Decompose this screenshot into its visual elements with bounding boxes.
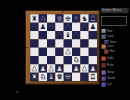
chess-board[interactable]: ♜♞♛♚♝♞♜♟♟♟♟♟♟♟♝♟♟♞♟♟♟♟♟♟♟♜♞♝♛♚♜ [30,14,97,81]
sidebar-item-label: Load [107,35,113,38]
square-f6[interactable]: ♟ [72,31,80,39]
square-a4[interactable] [30,48,38,56]
sidebar-item-label: Setup [107,71,114,74]
square-g3[interactable] [80,56,88,64]
sidebar-item-level[interactable]: Level [102,44,114,48]
piece-white-pawn[interactable]: ♟ [73,64,79,72]
piece-black-pawn[interactable]: ♟ [40,23,46,31]
piece-white-pawn[interactable]: ♟ [56,64,62,72]
square-f7[interactable] [72,23,80,31]
square-e2[interactable] [64,64,72,72]
sidebar-item-label: Level [107,45,113,48]
square-f8[interactable]: ♝ [72,14,80,22]
piece-black-bishop[interactable]: ♝ [73,14,79,22]
square-d6[interactable]: ♟ [55,31,63,39]
square-f3[interactable]: ♞ [72,56,80,64]
piece-black-queen[interactable]: ♛ [56,14,62,22]
piece-white-pawn[interactable]: ♟ [48,64,54,72]
piece-black-rook[interactable]: ♜ [31,14,37,22]
square-a6[interactable] [30,31,38,39]
quit-icon [102,82,106,86]
square-c1[interactable]: ♝ [47,73,55,81]
square-d8[interactable]: ♛ [55,14,63,22]
square-h8[interactable]: ♜ [89,14,97,22]
square-b4[interactable] [39,48,47,56]
piece-black-bishop[interactable]: ♝ [65,31,71,39]
square-b6[interactable] [39,31,47,39]
new-game-icon [102,29,106,33]
square-g6[interactable] [80,31,88,39]
piece-black-pawn[interactable]: ♟ [73,31,79,39]
app-screen: ♜♞♛♚♝♞♜♟♟♟♟♟♟♟♝♟♟♞♟♟♟♟♟♟♟♜♞♝♛♚♜ Game Men… [0,0,130,100]
frame-notch [62,11,63,13]
hint-icon [104,49,108,53]
square-f2[interactable]: ♟ [72,64,80,72]
piece-black-knight[interactable]: ♞ [40,14,46,22]
square-c7[interactable]: ♟ [47,23,55,31]
undo-icon [102,56,106,60]
sidebar-item-label: Quit [107,83,112,86]
piece-white-rook[interactable]: ♜ [31,73,37,81]
square-d7[interactable] [55,23,63,31]
square-c6[interactable] [47,31,55,39]
frame-notch [26,47,28,48]
game-canvas: ♜♞♛♚♝♞♜♟♟♟♟♟♟♟♝♟♟♞♟♟♟♟♟♟♟♜♞♝♛♚♜ Game Men… [0,0,130,100]
piece-black-king[interactable]: ♚ [65,14,71,22]
piece-white-pawn[interactable]: ♟ [90,64,96,72]
square-a7[interactable]: ♟ [30,23,38,31]
piece-white-queen[interactable]: ♛ [56,73,62,81]
square-g1[interactable] [80,73,88,81]
mouse-cursor [16,91,19,93]
move-list-box[interactable] [102,16,127,26]
square-c3[interactable] [47,56,55,64]
piece-black-knight[interactable]: ♞ [81,14,87,22]
square-a2[interactable]: ♟ [30,64,38,72]
piece-black-pawn[interactable]: ♟ [65,23,71,31]
piece-black-pawn[interactable]: ♟ [81,23,87,31]
square-a8[interactable]: ♜ [30,14,38,22]
sidebar-item-load[interactable]: Load [102,34,113,38]
square-g5[interactable] [80,39,88,47]
redo-icon [102,63,106,67]
sidebar-item-label: Undo [107,57,113,60]
chess-board-frame: ♜♞♛♚♝♞♜♟♟♟♟♟♟♟♝♟♟♞♟♟♟♟♟♟♟♜♞♝♛♚♜ [25,10,100,85]
square-d5[interactable] [55,39,63,47]
sound-icon [102,76,106,80]
piece-white-knight[interactable]: ♞ [73,56,79,64]
sidebar-title: Game Menu [101,8,129,13]
piece-black-pawn[interactable]: ♟ [90,23,96,31]
square-h2[interactable]: ♟ [89,64,97,72]
sidebar-item-label: Sound [107,77,115,80]
piece-black-pawn[interactable]: ♟ [31,23,37,31]
level-icon [102,44,106,48]
square-b1[interactable]: ♞ [39,73,47,81]
square-e6[interactable]: ♝ [64,31,72,39]
square-b8[interactable]: ♞ [39,14,47,22]
square-h3[interactable] [89,56,97,64]
frame-notch [62,83,63,85]
piece-white-pawn[interactable]: ♟ [65,48,71,56]
frame-notch [98,47,100,48]
square-d2[interactable]: ♟ [55,64,63,72]
piece-black-pawn[interactable]: ♟ [56,31,62,39]
square-c4[interactable] [47,48,55,56]
square-g4[interactable] [80,48,88,56]
sidebar-item-sound[interactable]: Sound [102,76,115,80]
piece-white-pawn[interactable]: ♟ [40,64,46,72]
square-e1[interactable]: ♚ [64,73,72,81]
square-d1[interactable]: ♛ [55,73,63,81]
square-h4[interactable] [89,48,97,56]
sidebar-item-quit[interactable]: Quit [102,82,112,86]
piece-white-pawn[interactable]: ♟ [81,64,87,72]
square-c8[interactable] [47,14,55,22]
setup-icon [102,70,106,74]
square-e7[interactable]: ♟ [64,23,72,31]
square-h5[interactable] [89,39,97,47]
piece-white-rook[interactable]: ♜ [90,73,96,81]
square-a1[interactable]: ♜ [30,73,38,81]
square-a5[interactable] [30,39,38,47]
square-d4[interactable] [55,48,63,56]
piece-black-pawn[interactable]: ♟ [48,23,54,31]
square-b2[interactable]: ♟ [39,64,47,72]
square-f5[interactable] [72,39,80,47]
square-b3[interactable] [39,56,47,64]
square-b5[interactable] [39,39,47,47]
piece-white-pawn[interactable]: ♟ [31,64,37,72]
square-g7[interactable]: ♟ [80,23,88,31]
piece-white-bishop[interactable]: ♝ [48,73,54,81]
square-e8[interactable]: ♚ [64,14,72,22]
load-icon [102,34,106,38]
square-f1[interactable] [72,73,80,81]
piece-black-rook[interactable]: ♜ [90,14,96,22]
save-icon [104,40,108,44]
sidebar-item-redo[interactable]: Redo [102,63,114,67]
sidebar-item-label: Save [110,40,116,43]
square-h6[interactable] [89,31,97,39]
square-e5[interactable] [64,39,72,47]
square-c2[interactable]: ♟ [47,64,55,72]
sidebar-item-label: Hint [110,50,115,53]
sidebar-item-new[interactable]: New [102,29,113,33]
square-h7[interactable]: ♟ [89,23,97,31]
square-a3[interactable] [30,56,38,64]
sidebar-item-label: Redo [107,64,113,67]
piece-white-king[interactable]: ♚ [65,73,71,81]
square-f4[interactable] [72,48,80,56]
square-e4[interactable]: ♟ [64,48,72,56]
sidebar-item-undo[interactable]: Undo [102,56,114,60]
sidebar-item-label: New [107,29,112,32]
square-h1[interactable]: ♜ [89,73,97,81]
square-b7[interactable]: ♟ [39,23,47,31]
square-g2[interactable]: ♟ [80,64,88,72]
piece-white-knight[interactable]: ♞ [40,73,46,81]
sidebar-item-setup[interactable]: Setup [102,70,114,74]
sidebar-item-hint[interactable]: Hint [104,49,114,53]
sidebar: Game Menu NewLoadSaveLevelHintUndoRedoSe… [101,8,129,95]
square-d3[interactable] [55,56,63,64]
square-g8[interactable]: ♞ [80,14,88,22]
square-c5[interactable] [47,39,55,47]
square-e3[interactable] [64,56,72,64]
